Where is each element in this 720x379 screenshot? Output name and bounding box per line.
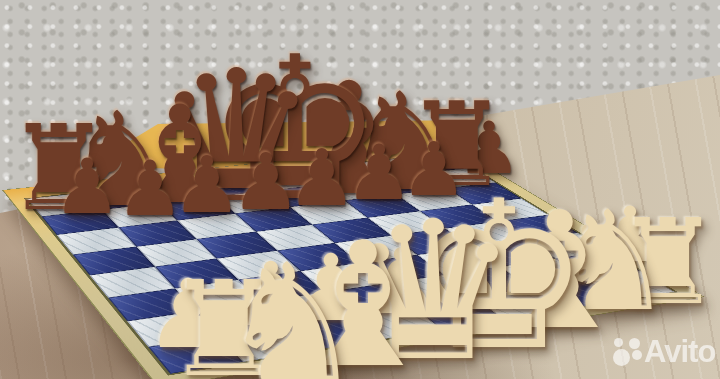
avito-logo-dot: [632, 350, 642, 360]
chess-board-frame: [2, 143, 705, 379]
avito-logo-dot: [613, 349, 630, 366]
chess-board: [0, 0, 720, 379]
chess-set-photo: ♜♞♝♛♚♝♞♜♟♟♟♟♟♟♟♟♟♟♟♟♟♟♟♟♜♞♝♛♚♝♞♜ Avito: [0, 0, 720, 379]
avito-logo-dot: [629, 338, 640, 349]
avito-logo-dot: [614, 338, 623, 347]
watermark-text: Avito: [644, 334, 715, 370]
chess-board-grid: [24, 152, 678, 375]
avito-watermark: Avito: [610, 333, 718, 369]
